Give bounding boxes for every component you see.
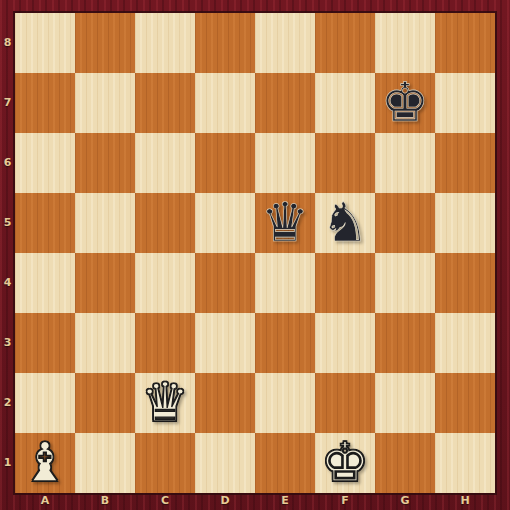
- square-d6[interactable]: [195, 133, 255, 193]
- square-g4[interactable]: [375, 253, 435, 313]
- square-a2[interactable]: [15, 373, 75, 433]
- piece-black-king[interactable]: ♚: [381, 76, 429, 130]
- square-e1[interactable]: [255, 433, 315, 493]
- square-d3[interactable]: [195, 313, 255, 373]
- square-a4[interactable]: [15, 253, 75, 313]
- square-d8[interactable]: [195, 13, 255, 73]
- square-g3[interactable]: [375, 313, 435, 373]
- rank-label-6: 6: [0, 133, 15, 193]
- square-e3[interactable]: [255, 313, 315, 373]
- square-e5[interactable]: ♛: [255, 193, 315, 253]
- square-f6[interactable]: [315, 133, 375, 193]
- rank-label-2: 2: [0, 373, 15, 433]
- square-d2[interactable]: [195, 373, 255, 433]
- file-label-g: G: [375, 493, 435, 510]
- square-f1[interactable]: ♚: [315, 433, 375, 493]
- rank-label-7: 7: [0, 73, 15, 133]
- square-f7[interactable]: [315, 73, 375, 133]
- square-b3[interactable]: [75, 313, 135, 373]
- square-b7[interactable]: [75, 73, 135, 133]
- square-a3[interactable]: [15, 313, 75, 373]
- rank-label-1: 1: [0, 433, 15, 493]
- square-b1[interactable]: [75, 433, 135, 493]
- square-g1[interactable]: [375, 433, 435, 493]
- chess-board-frame: ♚♛♞♛♝♚ 87654321 ABCDEFGH: [0, 0, 510, 510]
- square-g7[interactable]: ♚: [375, 73, 435, 133]
- piece-white-queen[interactable]: ♛: [141, 376, 189, 430]
- square-c4[interactable]: [135, 253, 195, 313]
- square-h6[interactable]: [435, 133, 495, 193]
- file-label-e: E: [255, 493, 315, 510]
- square-c8[interactable]: [135, 13, 195, 73]
- square-e6[interactable]: [255, 133, 315, 193]
- square-e7[interactable]: [255, 73, 315, 133]
- square-b2[interactable]: [75, 373, 135, 433]
- square-g8[interactable]: [375, 13, 435, 73]
- square-c2[interactable]: ♛: [135, 373, 195, 433]
- square-a1[interactable]: ♝: [15, 433, 75, 493]
- piece-white-bishop[interactable]: ♝: [21, 436, 69, 490]
- square-c7[interactable]: [135, 73, 195, 133]
- square-a7[interactable]: [15, 73, 75, 133]
- file-label-h: H: [435, 493, 495, 510]
- square-c5[interactable]: [135, 193, 195, 253]
- square-d5[interactable]: [195, 193, 255, 253]
- piece-black-queen[interactable]: ♛: [261, 196, 309, 250]
- square-c1[interactable]: [135, 433, 195, 493]
- square-b8[interactable]: [75, 13, 135, 73]
- file-label-c: C: [135, 493, 195, 510]
- square-e2[interactable]: [255, 373, 315, 433]
- square-e4[interactable]: [255, 253, 315, 313]
- square-g6[interactable]: [375, 133, 435, 193]
- square-e8[interactable]: [255, 13, 315, 73]
- square-b4[interactable]: [75, 253, 135, 313]
- file-label-b: B: [75, 493, 135, 510]
- square-g2[interactable]: [375, 373, 435, 433]
- rank-label-8: 8: [0, 13, 15, 73]
- square-h5[interactable]: [435, 193, 495, 253]
- square-b5[interactable]: [75, 193, 135, 253]
- square-h7[interactable]: [435, 73, 495, 133]
- rank-label-4: 4: [0, 253, 15, 313]
- square-f3[interactable]: [315, 313, 375, 373]
- piece-white-king[interactable]: ♚: [321, 436, 369, 490]
- square-h1[interactable]: [435, 433, 495, 493]
- square-d4[interactable]: [195, 253, 255, 313]
- rank-label-5: 5: [0, 193, 15, 253]
- file-label-a: A: [15, 493, 75, 510]
- square-a6[interactable]: [15, 133, 75, 193]
- square-a5[interactable]: [15, 193, 75, 253]
- square-g5[interactable]: [375, 193, 435, 253]
- square-h8[interactable]: [435, 13, 495, 73]
- square-h4[interactable]: [435, 253, 495, 313]
- file-label-d: D: [195, 493, 255, 510]
- square-h2[interactable]: [435, 373, 495, 433]
- square-h3[interactable]: [435, 313, 495, 373]
- square-c3[interactable]: [135, 313, 195, 373]
- square-f2[interactable]: [315, 373, 375, 433]
- square-c6[interactable]: [135, 133, 195, 193]
- square-f4[interactable]: [315, 253, 375, 313]
- rank-label-3: 3: [0, 313, 15, 373]
- square-f8[interactable]: [315, 13, 375, 73]
- square-f5[interactable]: ♞: [315, 193, 375, 253]
- chess-board: ♚♛♞♛♝♚: [15, 13, 495, 493]
- square-a8[interactable]: [15, 13, 75, 73]
- square-d1[interactable]: [195, 433, 255, 493]
- square-b6[interactable]: [75, 133, 135, 193]
- piece-black-knight[interactable]: ♞: [321, 196, 369, 250]
- square-d7[interactable]: [195, 73, 255, 133]
- file-label-f: F: [315, 493, 375, 510]
